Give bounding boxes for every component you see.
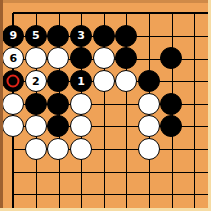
- board-cell-c9-r8[interactable]: [183, 160, 206, 183]
- board-cell-c6-r4[interactable]: [115, 70, 138, 93]
- move-number-label: 3: [77, 30, 85, 41]
- move-number-label: 9: [9, 30, 17, 41]
- black-stone: [160, 47, 182, 69]
- board-cell-c7-r3[interactable]: [138, 47, 161, 70]
- board-cell-c9-r6[interactable]: [183, 115, 206, 138]
- board-cell-c2-r9[interactable]: [25, 183, 48, 206]
- black-stone: [47, 70, 69, 92]
- white-stone: [138, 93, 160, 115]
- board-cell-c5-r5[interactable]: [92, 92, 115, 115]
- white-stone: [47, 47, 69, 69]
- white-stone: 2: [25, 70, 47, 92]
- board-cell-c5-r9[interactable]: [92, 183, 115, 206]
- board-cell-c1-r3[interactable]: 6: [2, 47, 25, 70]
- board-cell-c6-r1[interactable]: [115, 2, 138, 25]
- white-stone: 6: [2, 47, 24, 69]
- white-stone: [138, 138, 160, 160]
- board-cell-c3-r5[interactable]: [47, 92, 70, 115]
- board-cell-c7-r7[interactable]: [138, 138, 161, 161]
- frame-edge-top: [0, 0, 211, 3]
- board-cell-c1-r4[interactable]: [2, 70, 25, 93]
- move-number-label: 1: [77, 75, 85, 86]
- board-cell-c3-r2[interactable]: [47, 25, 70, 48]
- board-cell-c8-r1[interactable]: [160, 2, 183, 25]
- move-number-label: 5: [32, 30, 40, 41]
- black-stone: 9: [2, 25, 24, 47]
- board-cell-c9-r7[interactable]: [183, 138, 206, 161]
- board-cell-c5-r1[interactable]: [92, 2, 115, 25]
- board-cell-c6-r7[interactable]: [115, 138, 138, 161]
- black-stone: [25, 93, 47, 115]
- board-cell-c5-r8[interactable]: [92, 160, 115, 183]
- board-cell-c1-r1[interactable]: [2, 2, 25, 25]
- board-cell-c3-r4[interactable]: [47, 70, 70, 93]
- black-stone: [160, 115, 182, 137]
- board-cell-c3-r1[interactable]: [47, 2, 70, 25]
- move-number-label: 6: [9, 52, 17, 63]
- board-cell-c8-r9[interactable]: [160, 183, 183, 206]
- black-stone: 3: [70, 25, 92, 47]
- board-cell-c2-r7[interactable]: [25, 138, 48, 161]
- board-cell-c6-r9[interactable]: [115, 183, 138, 206]
- white-stone: [138, 115, 160, 137]
- red-circle-marker: [7, 75, 20, 88]
- board-cell-c1-r2[interactable]: 9: [2, 25, 25, 48]
- board-cell-c4-r2[interactable]: 3: [70, 25, 93, 48]
- move-number-label: 2: [32, 75, 40, 86]
- board-cell-c2-r8[interactable]: [25, 160, 48, 183]
- board-cell-c4-r5[interactable]: [70, 92, 93, 115]
- black-stone: [47, 115, 69, 137]
- board-cell-c8-r8[interactable]: [160, 160, 183, 183]
- board-cell-c4-r6[interactable]: [70, 115, 93, 138]
- board-cell-c1-r5[interactable]: [2, 92, 25, 115]
- black-stone: [115, 25, 137, 47]
- board-cell-c7-r4[interactable]: [138, 70, 161, 93]
- board-cell-c9-r3[interactable]: [183, 47, 206, 70]
- board-cell-c6-r5[interactable]: [115, 92, 138, 115]
- board-cell-c7-r1[interactable]: [138, 2, 161, 25]
- board-cell-c2-r1[interactable]: [25, 2, 48, 25]
- black-stone: [47, 93, 69, 115]
- board-cell-c4-r4[interactable]: 1: [70, 70, 93, 93]
- black-stone: [47, 25, 69, 47]
- black-stone: [70, 47, 92, 69]
- white-stone: [25, 138, 47, 160]
- board-cell-c7-r8[interactable]: [138, 160, 161, 183]
- white-stone: [25, 115, 47, 137]
- board-cell-c4-r1[interactable]: [70, 2, 93, 25]
- board-cell-c5-r4[interactable]: [92, 70, 115, 93]
- board-cell-c3-r7[interactable]: [47, 138, 70, 161]
- board-cell-c9-r1[interactable]: [183, 2, 206, 25]
- white-stone: [115, 70, 137, 92]
- black-stone: [115, 47, 137, 69]
- black-stone: 1: [70, 70, 92, 92]
- board-cell-c9-r9[interactable]: [183, 183, 206, 206]
- board-cell-c8-r5[interactable]: [160, 92, 183, 115]
- black-stone: [2, 70, 24, 92]
- board-cell-c2-r2[interactable]: 5: [25, 25, 48, 48]
- board-cell-c6-r8[interactable]: [115, 160, 138, 183]
- board-cell-c8-r2[interactable]: [160, 25, 183, 48]
- board-cell-c8-r3[interactable]: [160, 47, 183, 70]
- board-cell-c2-r3[interactable]: [25, 47, 48, 70]
- board-cell-c3-r8[interactable]: [47, 160, 70, 183]
- board-cell-c9-r2[interactable]: [183, 25, 206, 48]
- black-stone: [138, 70, 160, 92]
- board-cell-c2-r6[interactable]: [25, 115, 48, 138]
- board-cell-c1-r6[interactable]: [2, 115, 25, 138]
- board-cell-c5-r3[interactable]: [92, 47, 115, 70]
- board-cell-c6-r6[interactable]: [115, 115, 138, 138]
- frame-edge-bottom: [0, 208, 211, 211]
- board-cell-c5-r7[interactable]: [92, 138, 115, 161]
- white-stone: [70, 115, 92, 137]
- board-cell-c3-r3[interactable]: [47, 47, 70, 70]
- white-stone: [2, 93, 24, 115]
- board-cell-c4-r7[interactable]: [70, 138, 93, 161]
- board-cell-c7-r5[interactable]: [138, 92, 161, 115]
- board-cell-c5-r6[interactable]: [92, 115, 115, 138]
- frame-edge-left: [0, 0, 3, 211]
- white-stone: [70, 93, 92, 115]
- board-cell-c9-r5[interactable]: [183, 92, 206, 115]
- board-cell-c6-r3[interactable]: [115, 47, 138, 70]
- board-cell-c8-r6[interactable]: [160, 115, 183, 138]
- white-stone: [25, 47, 47, 69]
- board-cell-c8-r7[interactable]: [160, 138, 183, 161]
- board-cell-c3-r9[interactable]: [47, 183, 70, 206]
- board-cell-c1-r7[interactable]: [2, 138, 25, 161]
- board-cell-c1-r8[interactable]: [2, 160, 25, 183]
- board-cell-c7-r6[interactable]: [138, 115, 161, 138]
- black-stone: [160, 93, 182, 115]
- board-cell-c8-r4[interactable]: [160, 70, 183, 93]
- board-cell-c2-r5[interactable]: [25, 92, 48, 115]
- board-cell-c7-r9[interactable]: [138, 183, 161, 206]
- board-cell-c6-r2[interactable]: [115, 25, 138, 48]
- board-cell-c3-r6[interactable]: [47, 115, 70, 138]
- board-cell-c4-r8[interactable]: [70, 160, 93, 183]
- board-cell-c4-r9[interactable]: [70, 183, 93, 206]
- board-cell-c4-r3[interactable]: [70, 47, 93, 70]
- white-stone: [93, 70, 115, 92]
- white-stone: [2, 115, 24, 137]
- board-cell-c9-r4[interactable]: [183, 70, 206, 93]
- go-diagram: 953621: [0, 0, 211, 211]
- white-stone: [70, 138, 92, 160]
- black-stone: [93, 25, 115, 47]
- board-cell-c7-r2[interactable]: [138, 25, 161, 48]
- frame-edge-right: [208, 0, 211, 211]
- board-cell-c1-r9[interactable]: [2, 183, 25, 206]
- white-stone: [93, 47, 115, 69]
- black-stone: 5: [25, 25, 47, 47]
- white-stone: [47, 138, 69, 160]
- board-cell-c2-r4[interactable]: 2: [25, 70, 48, 93]
- board-cell-c5-r2[interactable]: [92, 25, 115, 48]
- go-board: 953621: [2, 2, 205, 205]
